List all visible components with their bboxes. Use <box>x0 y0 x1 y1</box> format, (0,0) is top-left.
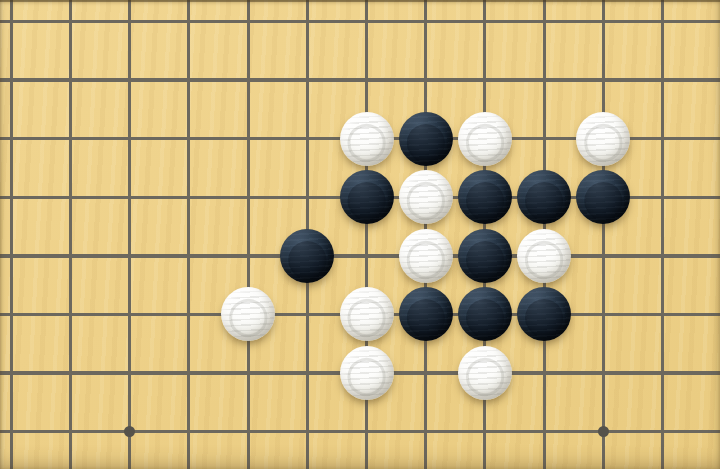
intersection-c1-r7[interactable] <box>0 344 41 403</box>
intersection-c5-r7[interactable] <box>219 344 278 403</box>
black-stone: ● <box>517 287 571 341</box>
intersection-c11-r9[interactable] <box>574 461 633 469</box>
intersection-c1-r5[interactable] <box>0 227 41 286</box>
black-stone: ● <box>458 229 512 283</box>
intersection-c3-r6[interactable] <box>100 285 159 344</box>
intersection-c7-r4[interactable]: ● <box>337 168 396 227</box>
intersection-c10-r9[interactable] <box>515 461 574 469</box>
intersection-c7-r2[interactable] <box>337 51 396 110</box>
intersection-c1-r3[interactable] <box>0 109 41 168</box>
white-stone: ○ <box>221 287 275 341</box>
intersection-c10-r3[interactable] <box>515 109 574 168</box>
intersection-c2-r3[interactable] <box>41 109 100 168</box>
intersection-c11-r6[interactable] <box>574 285 633 344</box>
intersection-c6-r2[interactable] <box>278 51 337 110</box>
intersection-c4-r3[interactable] <box>159 109 218 168</box>
intersection-c4-r9[interactable] <box>159 461 218 469</box>
intersection-c11-r1[interactable] <box>574 0 633 51</box>
intersection-c13-r7[interactable] <box>692 344 720 403</box>
intersection-c5-r9[interactable] <box>219 461 278 469</box>
intersection-c1-r9[interactable] <box>0 461 41 469</box>
white-stone: ○ <box>340 346 394 400</box>
intersection-c8-r4[interactable]: ○ <box>396 168 455 227</box>
intersection-c1-r2[interactable] <box>0 51 41 110</box>
intersection-c13-r6[interactable] <box>692 285 720 344</box>
intersection-c9-r9[interactable] <box>455 461 514 469</box>
intersection-c4-r5[interactable] <box>159 227 218 286</box>
intersection-c1-r6[interactable] <box>0 285 41 344</box>
intersection-c7-r9[interactable] <box>337 461 396 469</box>
intersection-c4-r1[interactable] <box>159 0 218 51</box>
intersection-c9-r8[interactable] <box>455 402 514 461</box>
intersection-c6-r3[interactable] <box>278 109 337 168</box>
black-stone: ● <box>399 112 453 166</box>
white-stone: ○ <box>576 112 630 166</box>
intersection-c9-r3[interactable]: ○ <box>455 109 514 168</box>
intersection-c11-r4[interactable]: ● <box>574 168 633 227</box>
intersection-c12-r3[interactable] <box>633 109 692 168</box>
black-stone: ● <box>517 170 571 224</box>
white-stone: ○ <box>399 229 453 283</box>
intersection-c10-r1[interactable] <box>515 0 574 51</box>
intersection-c5-r2[interactable] <box>219 51 278 110</box>
intersection-c8-r9[interactable] <box>396 461 455 469</box>
intersection-c3-r5[interactable] <box>100 227 159 286</box>
intersection-c7-r8[interactable] <box>337 402 396 461</box>
intersection-c12-r1[interactable] <box>633 0 692 51</box>
intersection-c10-r6[interactable]: ● <box>515 285 574 344</box>
black-stone: ● <box>458 287 512 341</box>
intersection-c8-r8[interactable] <box>396 402 455 461</box>
intersection-c12-r5[interactable] <box>633 227 692 286</box>
intersection-c13-r5[interactable] <box>692 227 720 286</box>
intersection-c12-r9[interactable] <box>633 461 692 469</box>
white-stone: ○ <box>340 287 394 341</box>
intersection-c12-r7[interactable] <box>633 344 692 403</box>
star-point <box>598 426 609 437</box>
white-stone: ○ <box>458 346 512 400</box>
intersection-c11-r3[interactable]: ○ <box>574 109 633 168</box>
intersection-c3-r9[interactable] <box>100 461 159 469</box>
intersection-c5-r8[interactable] <box>219 402 278 461</box>
intersection-c13-r4[interactable] <box>692 168 720 227</box>
star-point <box>124 426 135 437</box>
goban-board[interactable]: ○●○○●○●●●●○●○○○●●●○○ <box>0 0 720 469</box>
intersection-c8-r2[interactable] <box>396 51 455 110</box>
black-stone: ● <box>399 287 453 341</box>
intersection-c9-r6[interactable]: ● <box>455 285 514 344</box>
intersection-c1-r4[interactable] <box>0 168 41 227</box>
intersection-c10-r5[interactable]: ○ <box>515 227 574 286</box>
intersection-c5-r3[interactable] <box>219 109 278 168</box>
intersection-c8-r5[interactable]: ○ <box>396 227 455 286</box>
intersection-c8-r6[interactable]: ● <box>396 285 455 344</box>
intersection-c7-r5[interactable] <box>337 227 396 286</box>
intersection-c6-r9[interactable] <box>278 461 337 469</box>
intersection-c13-r2[interactable] <box>692 51 720 110</box>
intersection-c3-r7[interactable] <box>100 344 159 403</box>
intersection-c4-r2[interactable] <box>159 51 218 110</box>
intersection-c11-r7[interactable] <box>574 344 633 403</box>
intersection-c8-r3[interactable]: ● <box>396 109 455 168</box>
intersection-c3-r3[interactable] <box>100 109 159 168</box>
intersection-c5-r5[interactable] <box>219 227 278 286</box>
intersection-c7-r1[interactable] <box>337 0 396 51</box>
intersection-c6-r5[interactable]: ● <box>278 227 337 286</box>
intersection-c4-r4[interactable] <box>159 168 218 227</box>
intersection-c12-r2[interactable] <box>633 51 692 110</box>
board-grid: ○●○○●○●●●●○●○○○●●●○○ <box>0 0 720 469</box>
white-stone: ○ <box>399 170 453 224</box>
intersection-c12-r4[interactable] <box>633 168 692 227</box>
intersection-c13-r8[interactable] <box>692 402 720 461</box>
intersection-c12-r6[interactable] <box>633 285 692 344</box>
intersection-c2-r5[interactable] <box>41 227 100 286</box>
intersection-c2-r8[interactable] <box>41 402 100 461</box>
intersection-c8-r7[interactable] <box>396 344 455 403</box>
intersection-c10-r7[interactable] <box>515 344 574 403</box>
intersection-c6-r8[interactable] <box>278 402 337 461</box>
intersection-c1-r1[interactable] <box>0 0 41 51</box>
intersection-c4-r6[interactable] <box>159 285 218 344</box>
intersection-c8-r1[interactable] <box>396 0 455 51</box>
intersection-c6-r7[interactable] <box>278 344 337 403</box>
intersection-c11-r8[interactable] <box>574 402 633 461</box>
intersection-c10-r4[interactable]: ● <box>515 168 574 227</box>
intersection-c13-r1[interactable] <box>692 0 720 51</box>
intersection-c2-r6[interactable] <box>41 285 100 344</box>
intersection-c5-r1[interactable] <box>219 0 278 51</box>
intersection-c9-r2[interactable] <box>455 51 514 110</box>
black-stone: ● <box>280 229 334 283</box>
white-stone: ○ <box>517 229 571 283</box>
intersection-c2-r9[interactable] <box>41 461 100 469</box>
intersection-c9-r4[interactable]: ● <box>455 168 514 227</box>
black-stone: ● <box>576 170 630 224</box>
intersection-c7-r7[interactable]: ○ <box>337 344 396 403</box>
intersection-c9-r5[interactable]: ● <box>455 227 514 286</box>
intersection-c7-r3[interactable]: ○ <box>337 109 396 168</box>
intersection-c6-r4[interactable] <box>278 168 337 227</box>
intersection-c6-r6[interactable] <box>278 285 337 344</box>
intersection-c2-r2[interactable] <box>41 51 100 110</box>
intersection-c6-r1[interactable] <box>278 0 337 51</box>
white-stone: ○ <box>340 112 394 166</box>
intersection-c13-r9[interactable] <box>692 461 720 469</box>
intersection-c13-r3[interactable] <box>692 109 720 168</box>
intersection-c4-r7[interactable] <box>159 344 218 403</box>
white-stone: ○ <box>458 112 512 166</box>
intersection-c5-r4[interactable] <box>219 168 278 227</box>
black-stone: ● <box>458 170 512 224</box>
intersection-c9-r7[interactable]: ○ <box>455 344 514 403</box>
intersection-c2-r4[interactable] <box>41 168 100 227</box>
black-stone: ● <box>340 170 394 224</box>
intersection-c3-r1[interactable] <box>100 0 159 51</box>
intersection-c2-r7[interactable] <box>41 344 100 403</box>
intersection-c1-r8[interactable] <box>0 402 41 461</box>
intersection-c10-r2[interactable] <box>515 51 574 110</box>
intersection-c12-r8[interactable] <box>633 402 692 461</box>
gomoku-app-screen: ○●○○●○●●●●○●○○○●●●○○ <box>0 0 720 469</box>
intersection-c3-r4[interactable] <box>100 168 159 227</box>
intersection-c4-r8[interactable] <box>159 402 218 461</box>
intersection-c10-r8[interactable] <box>515 402 574 461</box>
intersection-c11-r2[interactable] <box>574 51 633 110</box>
intersection-c5-r6[interactable]: ○ <box>219 285 278 344</box>
intersection-c3-r8[interactable] <box>100 402 159 461</box>
intersection-c7-r6[interactable]: ○ <box>337 285 396 344</box>
intersection-c2-r1[interactable] <box>41 0 100 51</box>
intersection-c3-r2[interactable] <box>100 51 159 110</box>
intersection-c9-r1[interactable] <box>455 0 514 51</box>
intersection-c11-r5[interactable] <box>574 227 633 286</box>
